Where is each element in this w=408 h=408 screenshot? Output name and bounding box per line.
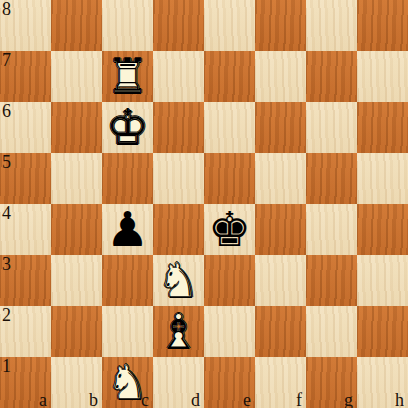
square-g8[interactable] — [306, 0, 357, 51]
square-c7[interactable]: ♜♖ — [102, 51, 153, 102]
square-f2[interactable] — [255, 306, 306, 357]
square-d5[interactable] — [153, 153, 204, 204]
file-label-f: f — [296, 391, 302, 408]
square-d7[interactable] — [153, 51, 204, 102]
white-bishop[interactable]: ♝♗ — [153, 306, 204, 357]
square-c4[interactable]: ♟ — [102, 204, 153, 255]
black-king[interactable]: ♚ — [204, 204, 255, 255]
file-label-b: b — [89, 391, 98, 408]
square-a2[interactable]: 2 — [0, 306, 51, 357]
square-a4[interactable]: 4 — [0, 204, 51, 255]
square-e4[interactable]: ♚ — [204, 204, 255, 255]
square-a7[interactable]: 7 — [0, 51, 51, 102]
square-f6[interactable] — [255, 102, 306, 153]
square-b7[interactable] — [51, 51, 102, 102]
square-f5[interactable] — [255, 153, 306, 204]
black-pawn[interactable]: ♟ — [102, 204, 153, 255]
white-knight[interactable]: ♞♘ — [153, 255, 204, 306]
square-c5[interactable] — [102, 153, 153, 204]
white-knight-outline-glyph: ♘ — [102, 357, 153, 408]
black-king-glyph: ♚ — [204, 204, 255, 255]
square-b2[interactable] — [51, 306, 102, 357]
square-h2[interactable] — [357, 306, 408, 357]
rank-label-1: 1 — [2, 357, 11, 376]
square-d1[interactable]: d — [153, 357, 204, 408]
square-a5[interactable]: 5 — [0, 153, 51, 204]
square-f4[interactable] — [255, 204, 306, 255]
square-f3[interactable] — [255, 255, 306, 306]
white-knight-outline-glyph: ♘ — [153, 255, 204, 306]
square-e7[interactable] — [204, 51, 255, 102]
square-d6[interactable] — [153, 102, 204, 153]
square-f7[interactable] — [255, 51, 306, 102]
rank-label-2: 2 — [2, 306, 11, 325]
file-label-g: g — [344, 391, 353, 408]
square-d4[interactable] — [153, 204, 204, 255]
square-g2[interactable] — [306, 306, 357, 357]
square-c1[interactable]: c♞♘ — [102, 357, 153, 408]
square-d3[interactable]: ♞♘ — [153, 255, 204, 306]
rank-label-7: 7 — [2, 51, 11, 70]
square-a6[interactable]: 6 — [0, 102, 51, 153]
square-g5[interactable] — [306, 153, 357, 204]
file-label-a: a — [39, 391, 47, 408]
square-h5[interactable] — [357, 153, 408, 204]
white-knight[interactable]: ♞♘ — [102, 357, 153, 408]
white-rook-outline-glyph: ♖ — [102, 51, 153, 102]
square-h7[interactable] — [357, 51, 408, 102]
square-b1[interactable]: b — [51, 357, 102, 408]
chess-board: 87♜♖6♚♔54♟♚3♞♘2♝♗1abc♞♘defgh — [0, 0, 408, 408]
square-c6[interactable]: ♚♔ — [102, 102, 153, 153]
rank-label-5: 5 — [2, 153, 11, 172]
square-a3[interactable]: 3 — [0, 255, 51, 306]
square-b8[interactable] — [51, 0, 102, 51]
square-f8[interactable] — [255, 0, 306, 51]
square-a1[interactable]: 1a — [0, 357, 51, 408]
square-f1[interactable]: f — [255, 357, 306, 408]
square-h1[interactable]: h — [357, 357, 408, 408]
white-rook[interactable]: ♜♖ — [102, 51, 153, 102]
square-c3[interactable] — [102, 255, 153, 306]
file-label-h: h — [395, 391, 404, 408]
square-g4[interactable] — [306, 204, 357, 255]
square-c8[interactable] — [102, 0, 153, 51]
rank-label-3: 3 — [2, 255, 11, 274]
black-pawn-glyph: ♟ — [102, 204, 153, 255]
square-b5[interactable] — [51, 153, 102, 204]
square-h8[interactable] — [357, 0, 408, 51]
square-e3[interactable] — [204, 255, 255, 306]
square-e2[interactable] — [204, 306, 255, 357]
square-g3[interactable] — [306, 255, 357, 306]
square-h4[interactable] — [357, 204, 408, 255]
square-h3[interactable] — [357, 255, 408, 306]
square-e6[interactable] — [204, 102, 255, 153]
square-h6[interactable] — [357, 102, 408, 153]
square-e8[interactable] — [204, 0, 255, 51]
square-e5[interactable] — [204, 153, 255, 204]
file-label-d: d — [191, 391, 200, 408]
square-b4[interactable] — [51, 204, 102, 255]
rank-label-8: 8 — [2, 0, 11, 19]
square-e1[interactable]: e — [204, 357, 255, 408]
rank-label-4: 4 — [2, 204, 11, 223]
chess-diagram: 87♜♖6♚♔54♟♚3♞♘2♝♗1abc♞♘defgh — [0, 0, 408, 408]
square-d2[interactable]: ♝♗ — [153, 306, 204, 357]
square-g1[interactable]: g — [306, 357, 357, 408]
square-c2[interactable] — [102, 306, 153, 357]
white-king-outline-glyph: ♔ — [102, 102, 153, 153]
square-b6[interactable] — [51, 102, 102, 153]
white-king[interactable]: ♚♔ — [102, 102, 153, 153]
white-bishop-outline-glyph: ♗ — [153, 306, 204, 357]
square-a8[interactable]: 8 — [0, 0, 51, 51]
square-g7[interactable] — [306, 51, 357, 102]
square-b3[interactable] — [51, 255, 102, 306]
rank-label-6: 6 — [2, 102, 11, 121]
square-d8[interactable] — [153, 0, 204, 51]
square-g6[interactable] — [306, 102, 357, 153]
file-label-e: e — [243, 391, 251, 408]
